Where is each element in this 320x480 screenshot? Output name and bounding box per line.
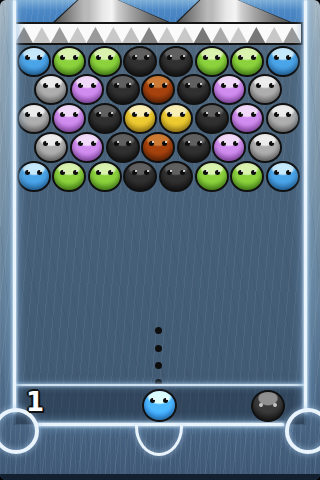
bubble-eye (126, 83, 131, 88)
bubble-eye (203, 112, 208, 117)
bubble-eye (37, 170, 42, 175)
bubble-eye (251, 112, 256, 117)
bubble-eye (132, 55, 137, 60)
bubble-eye (197, 83, 202, 88)
bubble-eye (149, 141, 154, 146)
bubble-eye (238, 55, 243, 60)
bubble-eye (96, 170, 101, 175)
bubble-eye (197, 141, 202, 146)
bubble-black (177, 74, 211, 105)
triangle-decor (15, 27, 33, 43)
bubble-eye (163, 398, 168, 403)
bubble-eye (73, 55, 78, 60)
bubble-eye (215, 112, 220, 117)
bubble-eye (273, 403, 277, 407)
bubble-eye (149, 83, 154, 88)
triangle-decor (140, 27, 158, 43)
bubble-eye (185, 83, 190, 88)
bubble-eye (55, 83, 60, 88)
triangle-decor (176, 27, 194, 43)
bubble-eye (114, 141, 119, 146)
bubble-purple (70, 132, 104, 163)
bubble-green (88, 46, 122, 77)
bubble-eye (132, 170, 137, 175)
bubble-eye (185, 141, 190, 146)
bubble-eye (43, 141, 48, 146)
bubble-eye (215, 170, 220, 175)
bubble-eye (286, 170, 291, 175)
bubble-eye (233, 141, 238, 146)
bubble-eye (286, 55, 291, 60)
triangle-decor (51, 27, 69, 43)
bubble-eye (114, 83, 119, 88)
bubble-eye (251, 55, 256, 60)
cone-fill (54, 0, 170, 23)
shooter-bubble[interactable] (142, 389, 177, 422)
triangle-decor (158, 27, 176, 43)
bubble-silver (266, 103, 300, 134)
bubble-eye (25, 170, 30, 175)
bubble-eye (221, 141, 226, 146)
aim-dot (155, 345, 162, 352)
bubble-eye (256, 141, 261, 146)
bubble-eye (238, 112, 243, 117)
bubble-eye (238, 170, 243, 175)
bubble-eye (73, 170, 78, 175)
bubble-eye (286, 112, 291, 117)
triangle-decor (69, 27, 87, 43)
frame-left-line (13, 0, 16, 412)
triangle-decor (265, 27, 283, 43)
bubble-eye (215, 55, 220, 60)
bubble-eye (108, 112, 113, 117)
bubble-eye (167, 170, 172, 175)
bubble-eye (180, 112, 185, 117)
bubble-eye (60, 170, 65, 175)
triangle-decor (230, 27, 248, 43)
bubble-eye (126, 141, 131, 146)
bubble-eye (108, 55, 113, 60)
bubble-eye (96, 112, 101, 117)
bubble-green (230, 161, 264, 192)
bubble-eye (269, 141, 274, 146)
bubble-eye (96, 55, 101, 60)
bubble-green (88, 161, 122, 192)
bubble-blue (266, 161, 300, 192)
triangle-decor (33, 27, 51, 43)
bubble-eye (180, 170, 185, 175)
bubble-eye (78, 83, 83, 88)
shot-counter: 1 (26, 388, 44, 416)
frame-right-line (304, 0, 307, 412)
triangle-decor (212, 27, 230, 43)
bubble-eye (162, 141, 167, 146)
bubble-black (106, 132, 140, 163)
bubble-black (123, 46, 157, 77)
bubble-silver (34, 132, 68, 163)
bubble-black (159, 161, 193, 192)
triangle-decor (194, 27, 212, 43)
bubble-eye (167, 112, 172, 117)
bubble-eye (162, 83, 167, 88)
bubble-eye (221, 83, 226, 88)
bubble-eye (259, 403, 263, 407)
bubble-eye (25, 112, 30, 117)
bubble-eye (269, 83, 274, 88)
bubble-eye (91, 83, 96, 88)
bubble-eye (256, 83, 261, 88)
triangle-decor (122, 27, 140, 43)
bubble-eye (251, 170, 256, 175)
bubble-eye (180, 55, 185, 60)
bubble-green (52, 46, 86, 77)
bubble-eye (274, 55, 279, 60)
bubble-eye (167, 55, 172, 60)
bubble-eye (203, 55, 208, 60)
bubble-eye (150, 398, 155, 403)
bubble-black (88, 103, 122, 134)
bubble-eye (144, 170, 149, 175)
spike-cone-left-icon (52, 0, 172, 23)
bubble-green (52, 161, 86, 192)
bubble-eye (60, 55, 65, 60)
bubble-eye (274, 170, 279, 175)
bubble-eye (73, 112, 78, 117)
bubble-eye (233, 83, 238, 88)
cone-fill (177, 0, 294, 23)
bubble-eye (37, 55, 42, 60)
bubble-purple (70, 74, 104, 105)
aim-dot (155, 327, 162, 334)
bubble-eye (78, 141, 83, 146)
game-screen: 1 (0, 0, 320, 480)
next-bubble[interactable] (251, 390, 285, 422)
bubble-eye (203, 170, 208, 175)
bubble-silver (248, 132, 282, 163)
bottom-band (0, 474, 320, 480)
bubble-black (195, 103, 229, 134)
triangle-decor (283, 27, 301, 43)
bubble-eye (108, 170, 113, 175)
aim-dot (155, 362, 162, 369)
bubble-blue (17, 161, 51, 192)
bubble-black (177, 132, 211, 163)
bubble-green (195, 46, 229, 77)
triangle-pattern (15, 24, 301, 43)
bubble-eye (274, 112, 279, 117)
bubble-eye (144, 112, 149, 117)
bubble-silver (17, 103, 51, 134)
bubble-eye (55, 141, 60, 146)
bubble-green (195, 161, 229, 192)
bubble-eye (37, 112, 42, 117)
tray-divider-line (16, 384, 304, 386)
bubble-eye (144, 55, 149, 60)
bubble-eye (25, 55, 30, 60)
bubble-black (123, 161, 157, 192)
triangle-decor (247, 27, 265, 43)
bubble-blue (17, 46, 51, 77)
bubble-blue (266, 46, 300, 77)
bubble-orange (141, 132, 175, 163)
triangle-decor (104, 27, 122, 43)
triangle-decor (87, 27, 105, 43)
ceiling-bar (13, 22, 303, 45)
spike-cone-right-icon (175, 0, 296, 23)
bubble-black (159, 46, 193, 77)
bubble-purple (212, 132, 246, 163)
bubble-purple (52, 103, 86, 134)
bubble-purple (230, 103, 264, 134)
bubble-yellow (159, 103, 193, 134)
bubble-eye (43, 83, 48, 88)
bubble-eye (132, 112, 137, 117)
bubble-eye (60, 112, 65, 117)
bubble-eye (91, 141, 96, 146)
bubble-green (230, 46, 264, 77)
bubble-silver (248, 74, 282, 105)
bubble-black (106, 74, 140, 105)
